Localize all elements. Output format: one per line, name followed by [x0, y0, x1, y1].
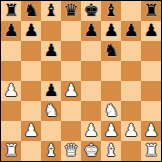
square-f2[interactable]: ♟	[101, 121, 121, 141]
square-a4[interactable]: ♟	[1, 81, 21, 101]
square-d8[interactable]: ♛	[61, 1, 81, 21]
square-g8[interactable]	[121, 1, 141, 21]
piece-black-bishop[interactable]: ♝	[103, 1, 118, 20]
square-f7[interactable]: ♟	[101, 21, 121, 41]
piece-black-knight[interactable]: ♞	[103, 41, 118, 60]
square-h1[interactable]: ♜	[141, 141, 161, 161]
square-b5[interactable]	[21, 61, 41, 81]
square-a8[interactable]: ♜	[1, 1, 21, 21]
piece-white-queen[interactable]: ♛	[63, 141, 78, 160]
square-d2[interactable]	[61, 121, 81, 141]
square-g3[interactable]	[121, 101, 141, 121]
piece-white-pawn[interactable]: ♟	[23, 121, 38, 140]
piece-black-pawn[interactable]: ♟	[83, 21, 98, 40]
square-e3[interactable]	[81, 101, 101, 121]
square-h7[interactable]: ♟	[141, 21, 161, 41]
piece-white-bishop[interactable]: ♝	[103, 141, 118, 160]
piece-black-pawn[interactable]: ♟	[3, 21, 18, 40]
square-h6[interactable]	[141, 41, 161, 61]
piece-black-pawn[interactable]: ♟	[43, 81, 58, 100]
square-d1[interactable]: ♛	[61, 141, 81, 161]
square-c2[interactable]	[41, 121, 61, 141]
square-d7[interactable]	[61, 21, 81, 41]
square-c1[interactable]: ♝	[41, 141, 61, 161]
piece-black-pawn[interactable]: ♟	[43, 41, 58, 60]
square-g4[interactable]	[121, 81, 141, 101]
piece-white-knight[interactable]: ♞	[103, 101, 118, 120]
piece-white-rook[interactable]: ♜	[3, 141, 18, 160]
piece-black-pawn[interactable]: ♟	[23, 21, 38, 40]
piece-white-pawn[interactable]: ♟	[103, 121, 118, 140]
square-f1[interactable]: ♝	[101, 141, 121, 161]
square-b8[interactable]: ♞	[21, 1, 41, 21]
square-b3[interactable]	[21, 101, 41, 121]
square-e7[interactable]: ♟	[81, 21, 101, 41]
square-c5[interactable]	[41, 61, 61, 81]
chess-board: ♜♞♝♛♚♝♜♟♟♟♟♟♟♟♞♟♟♟♞♞♟♟♟♟♟♜♝♛♚♝♜	[1, 1, 161, 161]
square-b2[interactable]: ♟	[21, 121, 41, 141]
square-c3[interactable]: ♞	[41, 101, 61, 121]
piece-white-pawn[interactable]: ♟	[63, 81, 78, 100]
square-e5[interactable]	[81, 61, 101, 81]
square-h2[interactable]: ♟	[141, 121, 161, 141]
square-a7[interactable]: ♟	[1, 21, 21, 41]
piece-white-pawn[interactable]: ♟	[3, 81, 18, 100]
square-d6[interactable]	[61, 41, 81, 61]
piece-black-rook[interactable]: ♜	[143, 1, 158, 20]
square-d3[interactable]	[61, 101, 81, 121]
piece-black-king[interactable]: ♚	[83, 1, 98, 20]
piece-white-pawn[interactable]: ♟	[123, 121, 138, 140]
square-e6[interactable]	[81, 41, 101, 61]
square-a6[interactable]	[1, 41, 21, 61]
square-b6[interactable]	[21, 41, 41, 61]
square-e8[interactable]: ♚	[81, 1, 101, 21]
square-f4[interactable]	[101, 81, 121, 101]
square-a2[interactable]	[1, 121, 21, 141]
square-h4[interactable]	[141, 81, 161, 101]
square-b7[interactable]: ♟	[21, 21, 41, 41]
square-a3[interactable]	[1, 101, 21, 121]
piece-white-king[interactable]: ♚	[83, 141, 98, 160]
square-e4[interactable]	[81, 81, 101, 101]
square-c8[interactable]: ♝	[41, 1, 61, 21]
square-g6[interactable]	[121, 41, 141, 61]
piece-white-rook[interactable]: ♜	[143, 141, 158, 160]
square-h8[interactable]: ♜	[141, 1, 161, 21]
square-c6[interactable]: ♟	[41, 41, 61, 61]
square-g7[interactable]: ♟	[121, 21, 141, 41]
chess-board-frame: ♜♞♝♛♚♝♜♟♟♟♟♟♟♟♞♟♟♟♞♞♟♟♟♟♟♜♝♛♚♝♜	[0, 0, 162, 162]
square-c4[interactable]: ♟	[41, 81, 61, 101]
piece-white-pawn[interactable]: ♟	[143, 121, 158, 140]
square-a1[interactable]: ♜	[1, 141, 21, 161]
square-h5[interactable]	[141, 61, 161, 81]
square-f3[interactable]: ♞	[101, 101, 121, 121]
square-e1[interactable]: ♚	[81, 141, 101, 161]
square-f5[interactable]	[101, 61, 121, 81]
square-c7[interactable]	[41, 21, 61, 41]
piece-white-bishop[interactable]: ♝	[43, 141, 58, 160]
piece-black-pawn[interactable]: ♟	[123, 21, 138, 40]
square-f8[interactable]: ♝	[101, 1, 121, 21]
square-g5[interactable]	[121, 61, 141, 81]
square-g2[interactable]: ♟	[121, 121, 141, 141]
square-d5[interactable]	[61, 61, 81, 81]
square-h3[interactable]	[141, 101, 161, 121]
square-e2[interactable]: ♟	[81, 121, 101, 141]
piece-black-pawn[interactable]: ♟	[103, 21, 118, 40]
piece-black-rook[interactable]: ♜	[3, 1, 18, 20]
square-b1[interactable]	[21, 141, 41, 161]
piece-black-pawn[interactable]: ♟	[143, 21, 158, 40]
piece-black-knight[interactable]: ♞	[23, 1, 38, 20]
piece-white-pawn[interactable]: ♟	[83, 121, 98, 140]
square-a5[interactable]	[1, 61, 21, 81]
square-f6[interactable]: ♞	[101, 41, 121, 61]
piece-black-queen[interactable]: ♛	[63, 1, 78, 20]
square-d4[interactable]: ♟	[61, 81, 81, 101]
piece-black-bishop[interactable]: ♝	[43, 1, 58, 20]
square-g1[interactable]	[121, 141, 141, 161]
square-b4[interactable]	[21, 81, 41, 101]
piece-white-knight[interactable]: ♞	[43, 101, 58, 120]
